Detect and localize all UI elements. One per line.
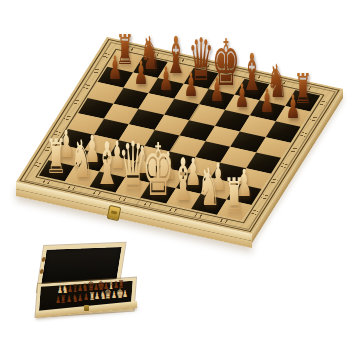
box-clasp-icon [84,305,89,311]
wood-knot [40,269,44,274]
wood-knot [41,257,45,262]
product-photo[interactable]: ♜♞♝♛♚♝♞♜♟♟♟♟♟♟♟♟♟♟♟♟♟♟♟♟♜♞♝♛♚♝♞♜ ♟♞♟♝♟♞♛… [0,0,350,350]
brass-latch-icon [106,205,121,221]
